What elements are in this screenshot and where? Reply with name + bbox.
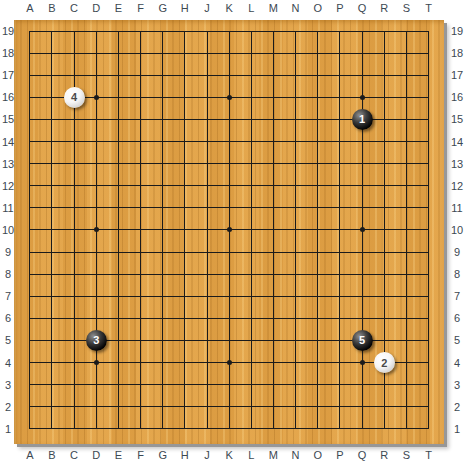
star-point xyxy=(94,360,99,365)
coordinate-label-bottom: O xyxy=(313,449,322,461)
coordinate-label-right: 7 xyxy=(454,290,460,302)
coordinate-label-right: 9 xyxy=(454,246,460,258)
coordinate-label-left: 18 xyxy=(2,47,14,59)
grid-line-horizontal xyxy=(30,252,429,253)
coordinate-label-right: 19 xyxy=(451,25,463,37)
coordinate-label-right: 1 xyxy=(454,423,460,435)
coordinate-label-bottom: J xyxy=(204,449,210,461)
coordinate-label-right: 6 xyxy=(454,312,460,324)
coordinate-label-left: 9 xyxy=(5,246,11,258)
coordinate-label-right: 5 xyxy=(454,334,460,346)
coordinate-label-top: R xyxy=(380,2,388,14)
coordinate-label-top: E xyxy=(115,2,122,14)
coordinate-label-right: 15 xyxy=(451,113,463,125)
star-point xyxy=(227,360,232,365)
stone-move-number: 1 xyxy=(359,113,365,125)
grid-line-horizontal xyxy=(30,318,429,319)
coordinate-label-right: 2 xyxy=(454,401,460,413)
coordinate-label-left: 15 xyxy=(2,113,14,125)
coordinate-label-left: 19 xyxy=(2,25,14,37)
coordinate-label-left: 17 xyxy=(2,69,14,81)
coordinate-label-bottom: A xyxy=(26,449,33,461)
coordinate-label-left: 8 xyxy=(5,268,11,280)
star-point xyxy=(360,227,365,232)
coordinate-label-top: O xyxy=(313,2,322,14)
grid-line-horizontal xyxy=(30,384,429,385)
coordinate-label-left: 11 xyxy=(2,202,13,214)
coordinate-label-right: 8 xyxy=(454,268,460,280)
go-diagram: AABBCCDDEEFFGGHHJJKKLLMMNNOOPPQQRRSSTT19… xyxy=(0,0,466,466)
coordinate-label-bottom: L xyxy=(248,449,254,461)
coordinate-label-right: 16 xyxy=(451,91,463,103)
coordinate-label-bottom: G xyxy=(158,449,167,461)
coordinate-label-left: 3 xyxy=(5,379,11,391)
coordinate-label-top: B xyxy=(48,2,55,14)
coordinate-label-top: K xyxy=(225,2,232,14)
coordinate-label-bottom: E xyxy=(115,449,122,461)
star-point xyxy=(94,227,99,232)
coordinate-label-top: P xyxy=(336,2,343,14)
coordinate-label-bottom: F xyxy=(137,449,144,461)
coordinate-label-top: G xyxy=(158,2,167,14)
star-point xyxy=(227,227,232,232)
coordinate-label-right: 11 xyxy=(451,202,462,214)
coordinate-label-bottom: D xyxy=(92,449,100,461)
grid-line-vertical xyxy=(317,31,318,429)
star-point xyxy=(360,95,365,100)
coordinate-label-bottom: R xyxy=(380,449,388,461)
grid-line-horizontal xyxy=(30,428,429,429)
coordinate-label-bottom: Q xyxy=(358,449,367,461)
coordinate-label-left: 5 xyxy=(5,334,11,346)
coordinate-label-bottom: S xyxy=(403,449,410,461)
coordinate-label-left: 6 xyxy=(5,312,11,324)
stone-move-number: 3 xyxy=(93,334,99,346)
coordinate-label-right: 12 xyxy=(451,180,463,192)
coordinate-label-left: 16 xyxy=(2,91,14,103)
coordinate-label-top: F xyxy=(137,2,144,14)
coordinate-label-top: C xyxy=(70,2,78,14)
star-point xyxy=(94,95,99,100)
coordinate-label-top: A xyxy=(26,2,33,14)
stone-white-4[interactable]: 4 xyxy=(64,87,85,108)
coordinate-label-left: 14 xyxy=(2,136,14,148)
coordinate-label-right: 3 xyxy=(454,379,460,391)
grid-line-horizontal xyxy=(30,296,429,297)
coordinate-label-right: 10 xyxy=(451,224,463,236)
coordinate-label-left: 1 xyxy=(5,423,11,435)
grid-line-vertical xyxy=(251,31,252,429)
coordinate-label-right: 17 xyxy=(451,69,463,81)
coordinate-label-bottom: C xyxy=(70,449,78,461)
coordinate-label-top: H xyxy=(181,2,189,14)
coordinate-label-top: J xyxy=(204,2,210,14)
coordinate-label-top: M xyxy=(269,2,278,14)
coordinate-label-top: D xyxy=(92,2,100,14)
coordinate-label-bottom: B xyxy=(48,449,55,461)
stone-white-2[interactable]: 2 xyxy=(374,352,395,373)
coordinate-label-bottom: N xyxy=(292,449,300,461)
coordinate-label-left: 12 xyxy=(2,180,14,192)
coordinate-label-bottom: T xyxy=(425,449,432,461)
coordinate-label-left: 7 xyxy=(5,290,11,302)
coordinate-label-top: S xyxy=(403,2,410,14)
stone-move-number: 5 xyxy=(359,334,365,346)
grid-line-vertical xyxy=(295,31,296,429)
grid-line-vertical xyxy=(406,31,407,429)
coordinate-label-top: T xyxy=(425,2,432,14)
grid-line-vertical xyxy=(339,31,340,429)
grid-line-vertical xyxy=(428,31,429,429)
coordinate-label-top: Q xyxy=(358,2,367,14)
coordinate-label-bottom: K xyxy=(225,449,232,461)
coordinate-label-right: 18 xyxy=(451,47,463,59)
stone-black-1[interactable]: 1 xyxy=(352,109,373,130)
coordinate-label-left: 13 xyxy=(2,158,14,170)
stone-black-3[interactable]: 3 xyxy=(86,330,107,351)
coordinate-label-top: L xyxy=(248,2,254,14)
coordinate-label-bottom: M xyxy=(269,449,278,461)
coordinate-label-right: 13 xyxy=(451,158,463,170)
coordinate-label-right: 4 xyxy=(454,357,460,369)
stone-move-number: 4 xyxy=(71,91,77,103)
board-layer: AABBCCDDEEFFGGHHJJKKLLMMNNOOPPQQRRSSTT19… xyxy=(0,0,466,466)
coordinate-label-bottom: H xyxy=(181,449,189,461)
coordinate-label-left: 2 xyxy=(5,401,11,413)
coordinate-label-bottom: P xyxy=(336,449,343,461)
stone-move-number: 2 xyxy=(381,357,387,369)
grid-line-vertical xyxy=(273,31,274,429)
grid-line-horizontal xyxy=(30,406,429,407)
stone-black-5[interactable]: 5 xyxy=(352,330,373,351)
grid-line-horizontal xyxy=(30,274,429,275)
coordinate-label-right: 14 xyxy=(451,136,463,148)
star-point xyxy=(227,95,232,100)
coordinate-label-top: N xyxy=(292,2,300,14)
coordinate-label-left: 4 xyxy=(5,357,11,369)
coordinate-label-left: 10 xyxy=(2,224,14,236)
star-point xyxy=(360,360,365,365)
